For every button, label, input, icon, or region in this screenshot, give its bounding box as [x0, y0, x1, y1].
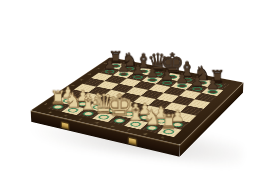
rank-label-5: 5 — [79, 79, 84, 81]
brass-clasp-icon — [61, 121, 69, 130]
file-label-h: h — [160, 136, 166, 139]
file-label-c: c — [78, 118, 83, 121]
file-label-b: b — [63, 114, 69, 117]
brass-clasp-icon — [128, 137, 137, 146]
chess-set-product-photo: abcdefgh12345678♜♞♝♛♚♝♞♜♟♟♟♟♟♟♟♟♟♟♟♟♟♟♟♟… — [0, 0, 280, 189]
file-label-f: f — [126, 129, 130, 132]
piece-glyph: ♟ — [191, 77, 235, 92]
file-label-e: e — [110, 125, 116, 128]
piece-glyph: ♜ — [145, 112, 193, 132]
file-label-g: g — [143, 132, 149, 135]
rank-label-6: 6 — [87, 73, 92, 75]
file-label-d: d — [94, 121, 100, 124]
file-label-a: a — [48, 111, 54, 114]
